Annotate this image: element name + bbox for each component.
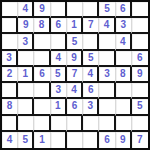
sudoku-cell-r9c7: 6 xyxy=(99,132,115,148)
sudoku-cell-r6c8[interactable] xyxy=(116,83,132,99)
sudoku-cell-r9c6[interactable] xyxy=(83,132,99,148)
sudoku-cell-r2c9[interactable] xyxy=(132,18,148,34)
sudoku-cell-r7c7[interactable] xyxy=(99,99,115,115)
sudoku-cell-r1c8: 6 xyxy=(116,2,132,18)
sudoku-cell-r5c8: 8 xyxy=(116,67,132,83)
sudoku-cell-r6c4: 3 xyxy=(51,83,67,99)
sudoku-cell-r4c8[interactable] xyxy=(116,51,132,67)
sudoku-cell-r1c2: 4 xyxy=(18,2,34,18)
sudoku-cell-r2c4: 6 xyxy=(51,18,67,34)
sudoku-cell-r9c9: 7 xyxy=(132,132,148,148)
sudoku-cell-r4c3[interactable] xyxy=(34,51,50,67)
sudoku-cell-r8c9[interactable] xyxy=(132,116,148,132)
sudoku-cell-r3c2: 3 xyxy=(18,34,34,50)
sudoku-cell-r2c8: 3 xyxy=(116,18,132,34)
sudoku-cell-r8c5[interactable] xyxy=(67,116,83,132)
sudoku-cell-r2c7: 4 xyxy=(99,18,115,34)
sudoku-cell-r8c8[interactable] xyxy=(116,116,132,132)
sudoku-cell-r3c9[interactable] xyxy=(132,34,148,50)
sudoku-cell-r7c5: 6 xyxy=(67,99,83,115)
sudoku-cell-r6c3[interactable] xyxy=(34,83,50,99)
sudoku-cell-r6c2[interactable] xyxy=(18,83,34,99)
sudoku-cell-r9c1: 4 xyxy=(2,132,18,148)
sudoku-cell-r1c6[interactable] xyxy=(83,2,99,18)
sudoku-board: 4956986174335434956216574389346816354516… xyxy=(0,0,150,150)
sudoku-cell-r3c5: 5 xyxy=(67,34,83,50)
sudoku-cell-r9c4[interactable] xyxy=(51,132,67,148)
sudoku-cell-r6c9[interactable] xyxy=(132,83,148,99)
sudoku-cell-r9c8: 9 xyxy=(116,132,132,148)
sudoku-cell-r2c1[interactable] xyxy=(2,18,18,34)
sudoku-cell-r4c6: 5 xyxy=(83,51,99,67)
sudoku-cell-r3c4[interactable] xyxy=(51,34,67,50)
sudoku-cell-r7c8[interactable] xyxy=(116,99,132,115)
sudoku-cell-r2c5: 1 xyxy=(67,18,83,34)
sudoku-cell-r5c6: 4 xyxy=(83,67,99,83)
sudoku-cell-r1c4[interactable] xyxy=(51,2,67,18)
sudoku-cell-r5c2: 1 xyxy=(18,67,34,83)
sudoku-cell-r1c5[interactable] xyxy=(67,2,83,18)
sudoku-cell-r4c4: 4 xyxy=(51,51,67,67)
sudoku-cell-r1c9[interactable] xyxy=(132,2,148,18)
sudoku-cell-r6c1[interactable] xyxy=(2,83,18,99)
sudoku-cell-r8c3[interactable] xyxy=(34,116,50,132)
sudoku-cell-r5c9: 9 xyxy=(132,67,148,83)
sudoku-cell-r6c7[interactable] xyxy=(99,83,115,99)
sudoku-cell-r2c3: 8 xyxy=(34,18,50,34)
sudoku-cell-r8c4[interactable] xyxy=(51,116,67,132)
sudoku-cell-r6c5: 4 xyxy=(67,83,83,99)
sudoku-cell-r8c6[interactable] xyxy=(83,116,99,132)
sudoku-cell-r2c2: 9 xyxy=(18,18,34,34)
sudoku-cell-r9c2: 5 xyxy=(18,132,34,148)
sudoku-cell-r2c6: 7 xyxy=(83,18,99,34)
sudoku-cell-r1c1[interactable] xyxy=(2,2,18,18)
sudoku-cell-r3c3[interactable] xyxy=(34,34,50,50)
sudoku-cell-r6c6: 6 xyxy=(83,83,99,99)
sudoku-cell-r3c7[interactable] xyxy=(99,34,115,50)
sudoku-cell-r7c1: 8 xyxy=(2,99,18,115)
sudoku-cell-r4c2[interactable] xyxy=(18,51,34,67)
sudoku-cell-r8c2[interactable] xyxy=(18,116,34,132)
sudoku-cell-r3c8: 4 xyxy=(116,34,132,50)
sudoku-cell-r4c9: 6 xyxy=(132,51,148,67)
sudoku-cell-r3c6[interactable] xyxy=(83,34,99,50)
sudoku-cell-r5c1: 2 xyxy=(2,67,18,83)
sudoku-cell-r4c1: 3 xyxy=(2,51,18,67)
sudoku-cell-r5c5: 7 xyxy=(67,67,83,83)
sudoku-cell-r7c9: 5 xyxy=(132,99,148,115)
sudoku-cell-r9c3: 1 xyxy=(34,132,50,148)
sudoku-cell-r5c4: 5 xyxy=(51,67,67,83)
sudoku-cell-r4c5: 9 xyxy=(67,51,83,67)
sudoku-cell-r5c3: 6 xyxy=(34,67,50,83)
sudoku-cell-r8c1[interactable] xyxy=(2,116,18,132)
sudoku-cell-r9c5[interactable] xyxy=(67,132,83,148)
sudoku-cell-r7c2[interactable] xyxy=(18,99,34,115)
sudoku-cell-r7c4: 1 xyxy=(51,99,67,115)
sudoku-cell-r7c3[interactable] xyxy=(34,99,50,115)
sudoku-cell-r4c7[interactable] xyxy=(99,51,115,67)
sudoku-cell-r8c7[interactable] xyxy=(99,116,115,132)
sudoku-cell-r5c7: 3 xyxy=(99,67,115,83)
sudoku-cell-r1c3: 9 xyxy=(34,2,50,18)
sudoku-cell-r3c1[interactable] xyxy=(2,34,18,50)
sudoku-cell-r1c7: 5 xyxy=(99,2,115,18)
sudoku-cell-r7c6: 3 xyxy=(83,99,99,115)
